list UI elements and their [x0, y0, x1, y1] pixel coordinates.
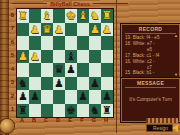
square-e1[interactable]: ♚: [65, 104, 77, 118]
square-h6[interactable]: [101, 36, 113, 50]
square-a7[interactable]: [17, 23, 29, 37]
square-e4[interactable]: ♟: [65, 63, 77, 77]
square-b5[interactable]: ♟: [29, 50, 41, 64]
square-a3[interactable]: ♞: [17, 77, 29, 91]
square-g2[interactable]: [89, 90, 101, 104]
square-f6[interactable]: [77, 36, 89, 50]
square-h2[interactable]: ♟: [101, 90, 113, 104]
piece-white-king: ♚: [66, 10, 76, 21]
chess-board: ♜♝♚♝♞♜♟♛♟♟♟♟♟♝♛♟♞♟♟♟♟♟♟♜♚♞♜: [16, 8, 114, 118]
square-c7[interactable]: ♛: [41, 23, 53, 37]
square-h5[interactable]: [101, 50, 113, 64]
piece-white-rook: ♜: [18, 10, 28, 21]
app-window: BillyBall Chess 87654321 ♜♝♚♝♞♜♟♛♟♟♟♟♟♝♛…: [0, 0, 180, 135]
rank-label-8: 8: [9, 8, 16, 22]
square-f7[interactable]: [77, 23, 89, 37]
rank-labels: 87654321: [9, 8, 16, 116]
square-d2[interactable]: [53, 90, 65, 104]
rank-label-4: 4: [9, 62, 16, 76]
square-c1[interactable]: [41, 104, 53, 118]
speaker-icon[interactable]: [173, 124, 180, 132]
square-a1[interactable]: ♜: [17, 104, 29, 118]
square-e6[interactable]: [65, 36, 77, 50]
square-f3[interactable]: [77, 77, 89, 91]
square-g8[interactable]: ♞: [89, 9, 101, 23]
square-e8[interactable]: ♚: [65, 9, 77, 23]
square-d1[interactable]: [53, 104, 65, 118]
resign-button[interactable]: Resign: [146, 124, 173, 132]
square-g1[interactable]: ♞: [89, 104, 101, 118]
file-label-f: F: [76, 117, 88, 123]
square-f2[interactable]: ♟: [77, 90, 89, 104]
square-b1[interactable]: [29, 104, 41, 118]
square-c2[interactable]: [41, 90, 53, 104]
rank-label-3: 3: [9, 76, 16, 90]
piece-black-pawn: ♟: [30, 91, 40, 102]
message-panel-title: MESSAGE: [125, 80, 176, 88]
piece-white-pawn: ♟: [102, 24, 112, 35]
square-e3[interactable]: [65, 77, 77, 91]
file-label-b: B: [28, 117, 40, 123]
square-a8[interactable]: ♜: [17, 9, 29, 23]
square-d5[interactable]: [53, 50, 65, 64]
piece-white-bishop: ♝: [78, 10, 88, 21]
wood-ridge-decoration: [146, 118, 178, 123]
square-c8[interactable]: ♝: [41, 9, 53, 23]
file-label-d: D: [52, 117, 64, 123]
square-h7[interactable]: ♟: [101, 23, 113, 37]
piece-black-pawn: ♟: [18, 91, 28, 102]
rank-label-1: 1: [9, 103, 16, 117]
file-label-e: E: [64, 117, 76, 123]
square-e5[interactable]: ♝: [65, 50, 77, 64]
piece-black-queen: ♛: [54, 64, 64, 75]
square-b3[interactable]: [29, 77, 41, 91]
piece-white-rook: ♜: [102, 10, 112, 21]
rank-label-2: 2: [9, 89, 16, 103]
square-e7[interactable]: [65, 23, 77, 37]
piece-black-king: ♚: [66, 105, 76, 116]
square-c6[interactable]: [41, 36, 53, 50]
square-d8[interactable]: [53, 9, 65, 23]
square-b7[interactable]: ♟: [29, 23, 41, 37]
file-labels: ABCDEFGH: [16, 117, 112, 123]
record-panel: RECORD 19. Black: f4 - e518. White: e7 -…: [121, 24, 180, 79]
square-h1[interactable]: ♜: [101, 104, 113, 118]
chess-board-frame: 87654321 ♜♝♚♝♞♜♟♛♟♟♟♟♟♝♛♟♞♟♟♟♟♟♟♜♚♞♜ ABC…: [8, 0, 117, 133]
square-g7[interactable]: ♟: [89, 23, 101, 37]
piece-white-bishop: ♝: [42, 10, 52, 21]
square-b2[interactable]: ♟: [29, 90, 41, 104]
square-d3[interactable]: ♟: [53, 77, 65, 91]
record-line: 15. Black: b1 -: [125, 70, 174, 76]
square-c3[interactable]: [41, 77, 53, 91]
move-list: 19. Black: f4 - e518. White: e7 -e517. B…: [122, 34, 179, 76]
square-b8[interactable]: [29, 9, 41, 23]
square-a4[interactable]: [17, 63, 29, 77]
message-panel: MESSAGE It's Computer's Turn: [121, 78, 180, 122]
square-h3[interactable]: [101, 77, 113, 91]
file-label-h: H: [100, 117, 112, 123]
piece-black-knight: ♞: [18, 78, 28, 89]
piece-black-knight: ♞: [90, 105, 100, 116]
scroll-down-icon[interactable]: ▼: [174, 73, 178, 77]
square-f1[interactable]: [77, 104, 89, 118]
square-a2[interactable]: ♟: [17, 90, 29, 104]
square-h4[interactable]: [101, 63, 113, 77]
square-d7[interactable]: ♟: [53, 23, 65, 37]
file-label-g: G: [88, 117, 100, 123]
square-f4[interactable]: [77, 63, 89, 77]
rank-label-5: 5: [9, 49, 16, 63]
turn-status-text: It's Computer's Turn: [122, 97, 179, 102]
rank-label-7: 7: [9, 22, 16, 36]
square-c5[interactable]: [41, 50, 53, 64]
piece-black-rook: ♜: [102, 105, 112, 116]
piece-white-queen: ♛: [42, 24, 52, 35]
square-g5[interactable]: [89, 50, 101, 64]
square-h8[interactable]: ♜: [101, 9, 113, 23]
square-e2[interactable]: [65, 90, 77, 104]
piece-black-rook: ♜: [18, 105, 28, 116]
rank-label-6: 6: [9, 35, 16, 49]
square-c4[interactable]: [41, 63, 53, 77]
piece-black-pawn: ♟: [90, 78, 100, 89]
piece-white-knight: ♞: [90, 10, 100, 21]
piece-white-pawn: ♟: [30, 51, 40, 62]
square-d4[interactable]: ♛: [53, 63, 65, 77]
square-g4[interactable]: [89, 63, 101, 77]
square-a6[interactable]: [17, 36, 29, 50]
record-panel-title: RECORD: [125, 26, 176, 34]
square-b4[interactable]: [29, 63, 41, 77]
piece-black-pawn: ♟: [66, 64, 76, 75]
piece-black-bishop: ♝: [66, 51, 76, 62]
square-g3[interactable]: ♟: [89, 77, 101, 91]
piece-black-pawn: ♟: [54, 78, 64, 89]
square-f5[interactable]: [77, 50, 89, 64]
square-f8[interactable]: ♝: [77, 9, 89, 23]
file-label-c: C: [40, 117, 52, 123]
piece-white-pawn: ♟: [90, 24, 100, 35]
piece-white-pawn: ♟: [18, 51, 28, 62]
piece-black-pawn: ♟: [102, 91, 112, 102]
piece-white-pawn: ♟: [30, 24, 40, 35]
file-label-a: A: [16, 117, 28, 123]
scroll-up-icon[interactable]: ▲: [174, 34, 178, 38]
square-g6[interactable]: [89, 36, 101, 50]
square-b6[interactable]: [29, 36, 41, 50]
piece-black-pawn: ♟: [78, 91, 88, 102]
piece-white-pawn: ♟: [54, 24, 64, 35]
square-d6[interactable]: [53, 36, 65, 50]
square-a5[interactable]: ♟: [17, 50, 29, 64]
